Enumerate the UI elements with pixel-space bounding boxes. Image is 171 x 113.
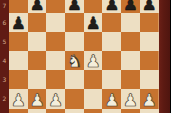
square-e1[interactable] [84, 109, 103, 113]
square-h1[interactable] [140, 109, 159, 113]
square-a5[interactable] [9, 32, 28, 51]
square-c4[interactable] [46, 51, 65, 70]
black-pawn-icon: ♟ [29, 0, 44, 13]
white-pawn-icon: ♟ [48, 91, 63, 108]
rank-labels: 765432 [0, 0, 9, 113]
square-c7[interactable] [46, 0, 65, 13]
square-f5[interactable] [102, 32, 121, 51]
black-pawn-icon: ♟ [11, 15, 26, 32]
square-f7[interactable]: ♟ [102, 0, 121, 13]
chess-board: ♟♟♟♟♟♟♟♞♟♟♟♟♟♟♟ [9, 0, 159, 113]
square-h2[interactable]: ♟ [140, 89, 159, 108]
square-a7[interactable] [9, 0, 28, 13]
rank-label-5: 5 [0, 38, 9, 45]
square-a1[interactable] [9, 109, 28, 113]
square-h4[interactable] [140, 51, 159, 70]
white-pawn-icon: ♟ [29, 91, 44, 108]
square-d4[interactable]: ♞ [65, 51, 84, 70]
square-d5[interactable] [65, 32, 84, 51]
rank-label-7: 7 [0, 2, 9, 9]
white-pawn-icon: ♟ [123, 91, 138, 108]
square-g7[interactable]: ♟ [121, 0, 140, 13]
white-knight-icon: ♞ [67, 53, 82, 70]
square-e3[interactable] [84, 70, 103, 89]
square-e5[interactable] [84, 32, 103, 51]
square-e6[interactable]: ♟ [84, 13, 103, 32]
square-f6[interactable] [102, 13, 121, 32]
square-f3[interactable] [102, 70, 121, 89]
square-h3[interactable] [140, 70, 159, 89]
black-pawn-icon: ♟ [67, 0, 82, 13]
square-c3[interactable] [46, 70, 65, 89]
white-pawn-icon: ♟ [142, 91, 157, 108]
square-b6[interactable] [28, 13, 47, 32]
black-pawn-icon: ♟ [104, 0, 119, 13]
square-g1[interactable] [121, 109, 140, 113]
square-e2[interactable] [84, 89, 103, 108]
square-a4[interactable] [9, 51, 28, 70]
square-e7[interactable] [84, 0, 103, 13]
white-pawn-icon: ♟ [104, 91, 119, 108]
square-g6[interactable] [121, 13, 140, 32]
square-c1[interactable] [46, 109, 65, 113]
square-g4[interactable] [121, 51, 140, 70]
square-b5[interactable] [28, 32, 47, 51]
rank-label-3: 3 [0, 76, 9, 83]
square-g5[interactable] [121, 32, 140, 51]
square-e4[interactable]: ♟ [84, 51, 103, 70]
rank-label-6: 6 [0, 19, 9, 26]
chess-diagram: ♟♟♟♟♟♟♟♞♟♟♟♟♟♟♟ 765432 [0, 0, 170, 113]
black-pawn-icon: ♟ [123, 0, 138, 13]
board-frame-right [159, 0, 171, 113]
square-b3[interactable] [28, 70, 47, 89]
square-b4[interactable] [28, 51, 47, 70]
square-h6[interactable] [140, 13, 159, 32]
square-a3[interactable] [9, 70, 28, 89]
square-h7[interactable]: ♟ [140, 0, 159, 13]
square-c5[interactable] [46, 32, 65, 51]
square-d6[interactable] [65, 13, 84, 32]
square-a6[interactable]: ♟ [9, 13, 28, 32]
square-g3[interactable] [121, 70, 140, 89]
square-h5[interactable] [140, 32, 159, 51]
square-d2[interactable] [65, 89, 84, 108]
black-pawn-icon: ♟ [85, 15, 100, 32]
rank-label-2: 2 [0, 95, 9, 102]
black-pawn-icon: ♟ [142, 0, 157, 13]
square-f4[interactable] [102, 51, 121, 70]
square-c2[interactable]: ♟ [46, 89, 65, 108]
square-g2[interactable]: ♟ [121, 89, 140, 108]
square-a2[interactable]: ♟ [9, 89, 28, 108]
square-d1[interactable] [65, 109, 84, 113]
rank-label-4: 4 [0, 57, 9, 64]
square-b1[interactable] [28, 109, 47, 113]
square-d3[interactable] [65, 70, 84, 89]
white-pawn-icon: ♟ [11, 91, 26, 108]
square-b7[interactable]: ♟ [28, 0, 47, 13]
square-b2[interactable]: ♟ [28, 89, 47, 108]
square-f2[interactable]: ♟ [102, 89, 121, 108]
square-c6[interactable] [46, 13, 65, 32]
white-pawn-icon: ♟ [85, 53, 100, 70]
square-f1[interactable] [102, 109, 121, 113]
square-d7[interactable]: ♟ [65, 0, 84, 13]
